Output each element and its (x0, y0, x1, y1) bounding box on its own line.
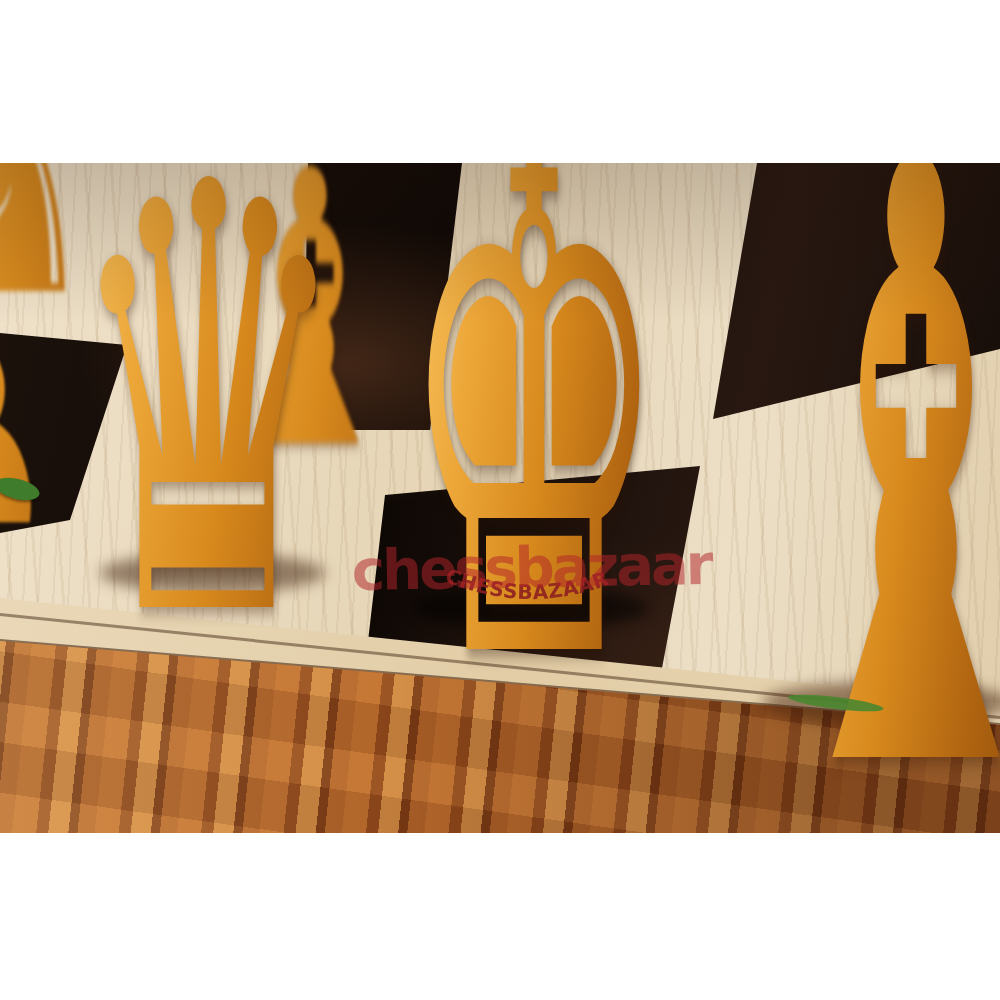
photo-vignette (0, 163, 1000, 833)
page: { "meta": { "description": "Close-up pro… (0, 0, 1000, 1000)
product-photo: ♞ ♝ ♟ ♛ ♚ ♝ CHESSBAZAAR chessbazaar (0, 163, 1000, 833)
